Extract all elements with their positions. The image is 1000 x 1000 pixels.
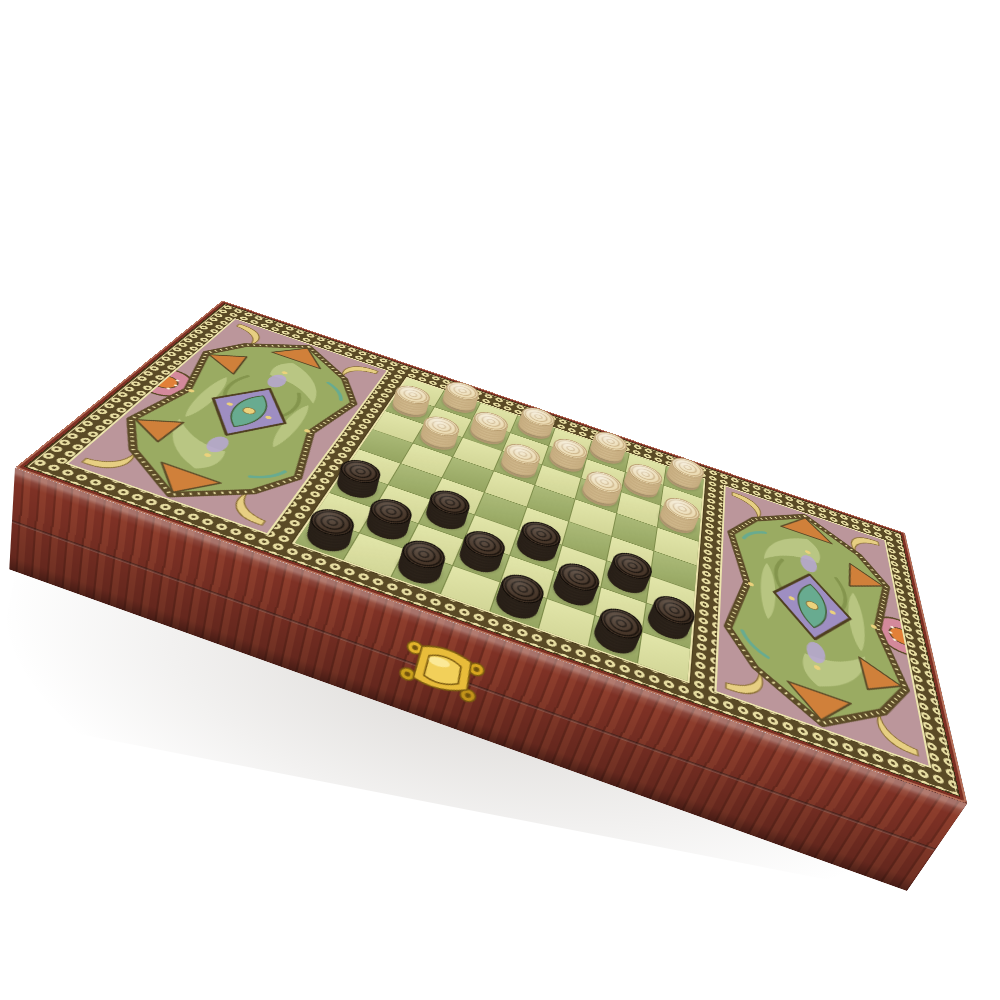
checker-piece-dark [393, 551, 445, 589]
checker-piece-dark [591, 618, 637, 659]
checker-piece-dark [332, 470, 382, 502]
board-cell [490, 583, 547, 629]
checker-piece-dark [301, 520, 356, 557]
checker-piece-light [580, 481, 619, 511]
perspective-wrapper [0, 0, 1000, 1000]
checker-piece-dark [492, 584, 541, 624]
board-cell [563, 522, 611, 560]
clasp-latch-icon [388, 627, 499, 713]
board-cell [589, 616, 642, 663]
checker-piece-dark [513, 531, 558, 566]
scene [0, 0, 1000, 1000]
board-cell [392, 550, 452, 594]
game-case [15, 301, 967, 804]
checker-piece-light [658, 507, 695, 538]
